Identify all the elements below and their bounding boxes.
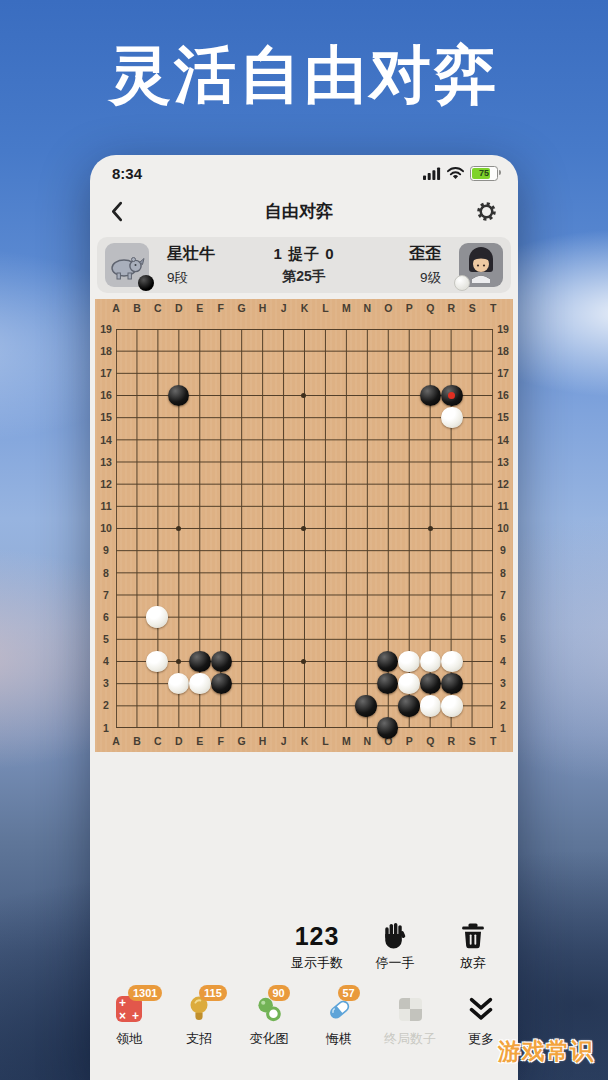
final-count-button[interactable]: 终局数子 <box>384 994 436 1048</box>
white-stone-P4 <box>398 651 420 673</box>
counting-icon <box>399 998 422 1021</box>
white-stone-Q4 <box>420 651 442 673</box>
move-number: 第25手 <box>282 268 326 286</box>
black-stone-Q3 <box>420 673 442 695</box>
variation-button[interactable]: 90 变化图 <box>244 994 294 1048</box>
screen-title: 自由对弈 <box>265 200 333 223</box>
show-move-numbers-button[interactable]: 123 显示手数 <box>286 919 348 972</box>
back-button[interactable] <box>106 197 127 226</box>
hint-badge: 115 <box>199 985 227 1001</box>
white-stone-C4 <box>146 651 168 673</box>
black-stone-R3 <box>441 673 463 695</box>
white-player-name: 歪歪 <box>409 244 441 265</box>
gear-icon <box>475 200 498 223</box>
white-stone-R2 <box>441 695 463 717</box>
black-player-rank: 9段 <box>167 269 188 287</box>
go-board[interactable]: ABCDEFGHJKLMNOPQRST ABCDEFGHJKLMNOPQRST … <box>95 299 513 752</box>
watermark: 游戏常识 <box>498 1036 594 1067</box>
black-stone-O4 <box>377 651 399 673</box>
black-stone-P2 <box>398 695 420 717</box>
last-move-marker <box>448 392 455 399</box>
pass-button[interactable]: 停一手 <box>364 919 426 972</box>
white-stone-P3 <box>398 673 420 695</box>
toolbar: 123 显示手数 停一手 <box>90 906 518 984</box>
black-stone-F3 <box>211 673 233 695</box>
resign-button[interactable]: 放弃 <box>442 919 504 972</box>
white-stone-C6 <box>146 606 168 628</box>
back-chevron-icon <box>110 201 123 222</box>
territory-badge: 1301 <box>128 985 162 1001</box>
territory-button[interactable]: +×+ 1301 领地 <box>104 994 154 1048</box>
actions-bar: +×+ 1301 领地 115 支招 <box>90 984 518 1080</box>
white-player-rank: 9级 <box>420 269 441 287</box>
white-stone-D3 <box>168 673 190 695</box>
white-stone-R4 <box>441 651 463 673</box>
star-point-D10 <box>176 526 181 531</box>
trash-icon <box>461 923 485 949</box>
star-point-Q10 <box>428 526 433 531</box>
board-coords-top: ABCDEFGHJKLMNOPQRST <box>106 303 504 315</box>
black-stone-badge <box>138 275 154 291</box>
black-stone-N2 <box>355 695 377 717</box>
wifi-icon <box>447 167 464 180</box>
white-stone-E3 <box>189 673 211 695</box>
page-title: 灵活自由对弈 <box>0 44 608 106</box>
phone-frame: 8:34 75 自由对弈 <box>90 155 518 1080</box>
black-player-avatar[interactable] <box>105 243 149 287</box>
black-stone-F4 <box>211 651 233 673</box>
settings-button[interactable] <box>471 196 502 227</box>
black-stone-Q16 <box>420 385 442 407</box>
black-player-name: 星壮牛 <box>167 244 215 265</box>
star-point-K4 <box>301 659 306 664</box>
signal-icon <box>423 167 441 180</box>
star-point-K16 <box>301 393 306 398</box>
variation-badge: 90 <box>268 985 290 1001</box>
black-stone-O1 <box>377 717 399 739</box>
undo-badge: 57 <box>338 985 360 1001</box>
move-numbers-icon: 123 <box>295 924 340 949</box>
captures-count: 1 提子 0 <box>273 245 334 264</box>
double-chevron-down-icon <box>468 997 494 1021</box>
black-stone-O3 <box>377 673 399 695</box>
battery-icon: 75 <box>470 166 498 181</box>
black-stone-E4 <box>189 651 211 673</box>
status-bar: 8:34 75 <box>90 155 518 187</box>
clock: 8:34 <box>112 165 142 182</box>
star-point-D4 <box>176 659 181 664</box>
black-stone-D16 <box>168 385 190 407</box>
goban-grid[interactable] <box>106 318 504 739</box>
hint-button[interactable]: 115 支招 <box>174 994 224 1048</box>
white-player-avatar[interactable] <box>459 243 503 287</box>
nav-bar: 自由对弈 <box>90 187 518 235</box>
hand-icon <box>382 921 408 949</box>
battery-percent: 75 <box>471 167 497 180</box>
white-stone-badge <box>454 275 470 291</box>
white-stone-Q2 <box>420 695 442 717</box>
white-stone-R15 <box>441 407 463 429</box>
star-point-K10 <box>301 526 306 531</box>
player-bar: 星壮牛 9段 1 提子 0 第25手 歪歪 9级 <box>97 237 511 293</box>
undo-button[interactable]: 57 悔棋 <box>314 994 364 1048</box>
black-stone-R16 <box>441 385 463 407</box>
